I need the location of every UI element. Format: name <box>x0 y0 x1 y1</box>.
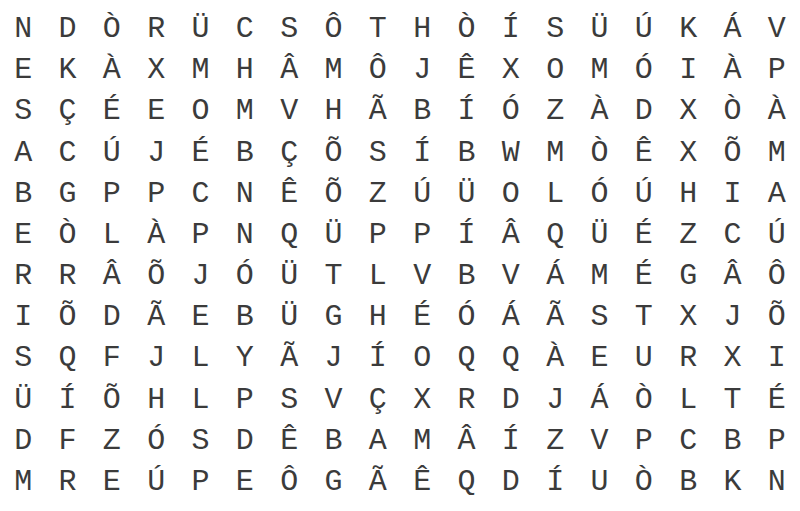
grid-cell-r11c9[interactable]: A <box>356 421 400 462</box>
grid-cell-r4c16[interactable]: X <box>666 133 710 174</box>
grid-cell-r10c15[interactable]: Ò <box>622 380 666 421</box>
grid-cell-r9c16[interactable]: R <box>666 338 710 379</box>
grid-cell-r7c18[interactable]: Ô <box>755 256 799 297</box>
grid-cell-r2c4[interactable]: X <box>134 50 178 91</box>
grid-cell-r4c11[interactable]: B <box>444 133 488 174</box>
grid-cell-r3c5[interactable]: O <box>178 91 222 132</box>
grid-cell-r3c6[interactable]: M <box>223 91 267 132</box>
grid-cell-r6c18[interactable]: Ú <box>755 215 799 256</box>
grid-cell-r9c8[interactable]: J <box>311 338 355 379</box>
grid-cell-r2c7[interactable]: Â <box>267 50 311 91</box>
grid-cell-r1c1[interactable]: N <box>1 9 45 50</box>
grid-cell-r11c11[interactable]: Â <box>444 421 488 462</box>
grid-cell-r5c17[interactable]: I <box>710 174 754 215</box>
grid-cell-r2c2[interactable]: K <box>45 50 89 91</box>
grid-cell-r12c12[interactable]: D <box>489 462 533 503</box>
grid-cell-r5c8[interactable]: Õ <box>311 174 355 215</box>
grid-cell-r11c5[interactable]: S <box>178 421 222 462</box>
grid-cell-r11c2[interactable]: F <box>45 421 89 462</box>
grid-cell-r10c18[interactable]: É <box>755 380 799 421</box>
grid-cell-r1c3[interactable]: Ò <box>90 9 134 50</box>
grid-cell-r1c10[interactable]: H <box>400 9 444 50</box>
grid-cell-r2c9[interactable]: Ô <box>356 50 400 91</box>
grid-cell-r5c9[interactable]: Z <box>356 174 400 215</box>
grid-cell-r6c13[interactable]: Q <box>533 215 577 256</box>
grid-cell-r11c16[interactable]: C <box>666 421 710 462</box>
grid-cell-r3c2[interactable]: Ç <box>45 91 89 132</box>
grid-cell-r2c18[interactable]: P <box>755 50 799 91</box>
grid-cell-r5c16[interactable]: H <box>666 174 710 215</box>
word-search-grid: NDÒRÜCSÔTHÒÍSÜÚKÁVEKÀXMHÂMÔJÊXOMÓIÀPSÇÉE… <box>1 9 799 503</box>
grid-cell-r11c6[interactable]: D <box>223 421 267 462</box>
grid-cell-r8c16[interactable]: X <box>666 297 710 338</box>
grid-cell-r9c6[interactable]: Y <box>223 338 267 379</box>
grid-cell-r2c3[interactable]: À <box>90 50 134 91</box>
grid-cell-r9c13[interactable]: À <box>533 338 577 379</box>
grid-cell-r11c15[interactable]: P <box>622 421 666 462</box>
grid-cell-r4c13[interactable]: M <box>533 133 577 174</box>
grid-cell-r10c7[interactable]: S <box>267 380 311 421</box>
grid-cell-r2c12[interactable]: X <box>489 50 533 91</box>
grid-cell-r8c6[interactable]: B <box>223 297 267 338</box>
grid-cell-r3c8[interactable]: H <box>311 91 355 132</box>
grid-cell-r3c1[interactable]: S <box>1 91 45 132</box>
grid-cell-r9c17[interactable]: X <box>710 338 754 379</box>
grid-cell-r4c2[interactable]: C <box>45 133 89 174</box>
grid-cell-r4c15[interactable]: Ê <box>622 133 666 174</box>
grid-cell-r8c18[interactable]: Õ <box>755 297 799 338</box>
grid-cell-r7c16[interactable]: G <box>666 256 710 297</box>
grid-cell-r8c10[interactable]: É <box>400 297 444 338</box>
grid-cell-r7c1[interactable]: R <box>1 256 45 297</box>
grid-cell-r3c9[interactable]: Ã <box>356 91 400 132</box>
grid-cell-r6c17[interactable]: C <box>710 215 754 256</box>
grid-cell-r8c7[interactable]: Ü <box>267 297 311 338</box>
grid-cell-r4c10[interactable]: Í <box>400 133 444 174</box>
grid-cell-r2c16[interactable]: I <box>666 50 710 91</box>
grid-cell-r9c10[interactable]: O <box>400 338 444 379</box>
grid-cell-r5c10[interactable]: Ú <box>400 174 444 215</box>
grid-cell-r9c15[interactable]: U <box>622 338 666 379</box>
grid-cell-r9c7[interactable]: Ã <box>267 338 311 379</box>
grid-cell-r5c2[interactable]: G <box>45 174 89 215</box>
grid-cell-r2c15[interactable]: Ó <box>622 50 666 91</box>
grid-cell-r9c12[interactable]: Q <box>489 338 533 379</box>
grid-cell-r7c10[interactable]: V <box>400 256 444 297</box>
grid-cell-r12c18[interactable]: N <box>755 462 799 503</box>
grid-cell-r6c11[interactable]: Í <box>444 215 488 256</box>
grid-cell-r8c9[interactable]: H <box>356 297 400 338</box>
page: { "game": "word-search", "grid": { "rows… <box>0 0 800 511</box>
grid-cell-r2c13[interactable]: O <box>533 50 577 91</box>
grid-cell-r9c14[interactable]: E <box>577 338 621 379</box>
grid-cell-r1c8[interactable]: Ô <box>311 9 355 50</box>
grid-cell-r11c17[interactable]: B <box>710 421 754 462</box>
grid-cell-r1c13[interactable]: S <box>533 9 577 50</box>
grid-cell-r1c5[interactable]: Ü <box>178 9 222 50</box>
grid-cell-r12c15[interactable]: Ò <box>622 462 666 503</box>
grid-cell-r7c17[interactable]: Â <box>710 256 754 297</box>
grid-cell-r6c15[interactable]: É <box>622 215 666 256</box>
grid-cell-r3c15[interactable]: D <box>622 91 666 132</box>
grid-cell-r9c11[interactable]: Q <box>444 338 488 379</box>
grid-cell-r6c2[interactable]: Ò <box>45 215 89 256</box>
grid-cell-r4c3[interactable]: Ú <box>90 133 134 174</box>
grid-cell-r5c18[interactable]: A <box>755 174 799 215</box>
grid-cell-r2c5[interactable]: M <box>178 50 222 91</box>
grid-cell-r2c8[interactable]: M <box>311 50 355 91</box>
grid-cell-r8c2[interactable]: Õ <box>45 297 89 338</box>
grid-cell-r7c12[interactable]: V <box>489 256 533 297</box>
grid-cell-r4c9[interactable]: S <box>356 133 400 174</box>
grid-cell-r10c8[interactable]: V <box>311 380 355 421</box>
grid-cell-r6c1[interactable]: E <box>1 215 45 256</box>
grid-cell-r9c2[interactable]: Q <box>45 338 89 379</box>
grid-cell-r5c6[interactable]: N <box>223 174 267 215</box>
grid-cell-r4c6[interactable]: B <box>223 133 267 174</box>
grid-cell-r12c1[interactable]: M <box>1 462 45 503</box>
grid-cell-r8c8[interactable]: G <box>311 297 355 338</box>
grid-cell-r11c18[interactable]: P <box>755 421 799 462</box>
grid-cell-r10c1[interactable]: Ü <box>1 380 45 421</box>
grid-cell-r9c5[interactable]: L <box>178 338 222 379</box>
grid-cell-r7c14[interactable]: M <box>577 256 621 297</box>
grid-cell-r10c13[interactable]: J <box>533 380 577 421</box>
grid-cell-r4c12[interactable]: W <box>489 133 533 174</box>
grid-cell-r7c9[interactable]: L <box>356 256 400 297</box>
grid-cell-r1c16[interactable]: K <box>666 9 710 50</box>
grid-cell-r11c3[interactable]: Z <box>90 421 134 462</box>
grid-cell-r12c5[interactable]: P <box>178 462 222 503</box>
grid-cell-r2c1[interactable]: E <box>1 50 45 91</box>
grid-cell-r7c2[interactable]: R <box>45 256 89 297</box>
grid-cell-r11c13[interactable]: Z <box>533 421 577 462</box>
grid-cell-r10c4[interactable]: H <box>134 380 178 421</box>
grid-cell-r3c13[interactable]: Z <box>533 91 577 132</box>
grid-cell-r6c5[interactable]: P <box>178 215 222 256</box>
grid-cell-r5c5[interactable]: C <box>178 174 222 215</box>
grid-cell-r4c17[interactable]: Õ <box>710 133 754 174</box>
grid-cell-r1c11[interactable]: Ò <box>444 9 488 50</box>
grid-cell-r12c4[interactable]: Ú <box>134 462 178 503</box>
grid-cell-r6c12[interactable]: Â <box>489 215 533 256</box>
grid-cell-r9c3[interactable]: F <box>90 338 134 379</box>
grid-cell-r7c3[interactable]: Â <box>90 256 134 297</box>
grid-cell-r5c15[interactable]: Ú <box>622 174 666 215</box>
grid-cell-r11c14[interactable]: V <box>577 421 621 462</box>
grid-cell-r11c8[interactable]: B <box>311 421 355 462</box>
grid-cell-r8c3[interactable]: D <box>90 297 134 338</box>
grid-cell-r2c10[interactable]: J <box>400 50 444 91</box>
grid-cell-r7c15[interactable]: É <box>622 256 666 297</box>
grid-cell-r12c14[interactable]: U <box>577 462 621 503</box>
grid-cell-r8c1[interactable]: I <box>1 297 45 338</box>
grid-cell-r5c1[interactable]: B <box>1 174 45 215</box>
grid-cell-r10c10[interactable]: X <box>400 380 444 421</box>
grid-cell-r12c6[interactable]: E <box>223 462 267 503</box>
grid-cell-r7c4[interactable]: Õ <box>134 256 178 297</box>
grid-cell-r8c14[interactable]: S <box>577 297 621 338</box>
grid-cell-r7c6[interactable]: Ó <box>223 256 267 297</box>
grid-cell-r8c17[interactable]: J <box>710 297 754 338</box>
grid-cell-r10c6[interactable]: P <box>223 380 267 421</box>
grid-cell-r3c7[interactable]: V <box>267 91 311 132</box>
grid-cell-r2c11[interactable]: Ê <box>444 50 488 91</box>
grid-cell-r7c7[interactable]: Ü <box>267 256 311 297</box>
grid-cell-r3c3[interactable]: É <box>90 91 134 132</box>
grid-cell-r3c4[interactable]: E <box>134 91 178 132</box>
grid-cell-r1c15[interactable]: Ú <box>622 9 666 50</box>
grid-cell-r5c12[interactable]: O <box>489 174 533 215</box>
grid-cell-r9c9[interactable]: Í <box>356 338 400 379</box>
grid-cell-r7c11[interactable]: B <box>444 256 488 297</box>
grid-cell-r3c17[interactable]: Ò <box>710 91 754 132</box>
grid-cell-r3c11[interactable]: Í <box>444 91 488 132</box>
grid-cell-r4c5[interactable]: É <box>178 133 222 174</box>
grid-cell-r6c3[interactable]: L <box>90 215 134 256</box>
grid-cell-r12c9[interactable]: Ã <box>356 462 400 503</box>
grid-cell-r3c12[interactable]: Ó <box>489 91 533 132</box>
grid-cell-r4c8[interactable]: Õ <box>311 133 355 174</box>
grid-cell-r6c4[interactable]: À <box>134 215 178 256</box>
grid-cell-r6c6[interactable]: N <box>223 215 267 256</box>
grid-cell-r6c8[interactable]: Ü <box>311 215 355 256</box>
grid-cell-r3c10[interactable]: B <box>400 91 444 132</box>
grid-cell-r8c15[interactable]: T <box>622 297 666 338</box>
grid-cell-r10c2[interactable]: Í <box>45 380 89 421</box>
grid-cell-r6c16[interactable]: Z <box>666 215 710 256</box>
grid-cell-r12c2[interactable]: R <box>45 462 89 503</box>
grid-cell-r9c18[interactable]: I <box>755 338 799 379</box>
grid-cell-r12c10[interactable]: Ê <box>400 462 444 503</box>
grid-cell-r5c11[interactable]: Ü <box>444 174 488 215</box>
grid-cell-r5c13[interactable]: L <box>533 174 577 215</box>
grid-cell-r10c17[interactable]: T <box>710 380 754 421</box>
grid-cell-r1c14[interactable]: Ü <box>577 9 621 50</box>
grid-cell-r11c4[interactable]: Ó <box>134 421 178 462</box>
grid-cell-r9c1[interactable]: S <box>1 338 45 379</box>
grid-cell-r8c11[interactable]: Ó <box>444 297 488 338</box>
grid-cell-r8c5[interactable]: E <box>178 297 222 338</box>
grid-cell-r2c14[interactable]: M <box>577 50 621 91</box>
grid-cell-r3c18[interactable]: À <box>755 91 799 132</box>
grid-cell-r11c7[interactable]: Ê <box>267 421 311 462</box>
grid-cell-r6c10[interactable]: P <box>400 215 444 256</box>
grid-cell-r10c3[interactable]: Õ <box>90 380 134 421</box>
grid-cell-r12c17[interactable]: K <box>710 462 754 503</box>
grid-cell-r6c9[interactable]: P <box>356 215 400 256</box>
grid-cell-r8c4[interactable]: Ã <box>134 297 178 338</box>
grid-cell-r4c14[interactable]: Ò <box>577 133 621 174</box>
grid-cell-r11c12[interactable]: Í <box>489 421 533 462</box>
grid-cell-r12c3[interactable]: E <box>90 462 134 503</box>
grid-cell-r4c18[interactable]: M <box>755 133 799 174</box>
grid-cell-r8c12[interactable]: Á <box>489 297 533 338</box>
grid-cell-r1c2[interactable]: D <box>45 9 89 50</box>
grid-cell-r5c3[interactable]: P <box>90 174 134 215</box>
grid-cell-r11c1[interactable]: D <box>1 421 45 462</box>
grid-cell-r3c16[interactable]: X <box>666 91 710 132</box>
grid-cell-r1c18[interactable]: V <box>755 9 799 50</box>
grid-cell-r7c13[interactable]: Á <box>533 256 577 297</box>
grid-cell-r4c4[interactable]: J <box>134 133 178 174</box>
grid-cell-r2c17[interactable]: À <box>710 50 754 91</box>
grid-cell-r1c7[interactable]: S <box>267 9 311 50</box>
grid-cell-r11c10[interactable]: M <box>400 421 444 462</box>
grid-cell-r1c17[interactable]: Á <box>710 9 754 50</box>
grid-cell-r8c13[interactable]: Ã <box>533 297 577 338</box>
grid-cell-r12c11[interactable]: Q <box>444 462 488 503</box>
grid-cell-r5c14[interactable]: Ó <box>577 174 621 215</box>
grid-cell-r10c12[interactable]: D <box>489 380 533 421</box>
grid-cell-r6c7[interactable]: Q <box>267 215 311 256</box>
grid-cell-r12c13[interactable]: Í <box>533 462 577 503</box>
grid-cell-r10c9[interactable]: Ç <box>356 380 400 421</box>
grid-cell-r4c1[interactable]: A <box>1 133 45 174</box>
grid-cell-r1c4[interactable]: R <box>134 9 178 50</box>
grid-cell-r12c7[interactable]: Ô <box>267 462 311 503</box>
grid-cell-r1c12[interactable]: Í <box>489 9 533 50</box>
grid-cell-r1c6[interactable]: C <box>223 9 267 50</box>
grid-cell-r12c8[interactable]: G <box>311 462 355 503</box>
grid-cell-r10c11[interactable]: R <box>444 380 488 421</box>
grid-cell-r7c8[interactable]: T <box>311 256 355 297</box>
grid-cell-r3c14[interactable]: À <box>577 91 621 132</box>
grid-cell-r5c4[interactable]: P <box>134 174 178 215</box>
grid-cell-r12c16[interactable]: B <box>666 462 710 503</box>
grid-cell-r10c5[interactable]: L <box>178 380 222 421</box>
grid-cell-r6c14[interactable]: Ü <box>577 215 621 256</box>
grid-cell-r9c4[interactable]: J <box>134 338 178 379</box>
grid-cell-r10c14[interactable]: Á <box>577 380 621 421</box>
grid-cell-r4c7[interactable]: Ç <box>267 133 311 174</box>
grid-cell-r2c6[interactable]: H <box>223 50 267 91</box>
grid-cell-r5c7[interactable]: Ê <box>267 174 311 215</box>
grid-cell-r7c5[interactable]: J <box>178 256 222 297</box>
grid-cell-r1c9[interactable]: T <box>356 9 400 50</box>
grid-cell-r10c16[interactable]: L <box>666 380 710 421</box>
